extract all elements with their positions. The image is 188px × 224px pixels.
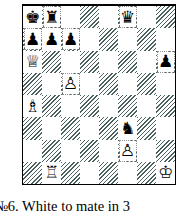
square-f2: ♙ (118, 140, 137, 162)
black-pawn-c7: ♟ (63, 29, 79, 49)
square-d4 (80, 95, 99, 117)
square-e4 (99, 95, 118, 117)
square-g7 (137, 28, 156, 50)
white-bishop-a4: ♗ (25, 98, 40, 115)
square-f6 (118, 51, 137, 73)
square-h7 (156, 28, 175, 50)
square-f5 (118, 73, 137, 95)
square-c4 (61, 95, 80, 117)
square-g6 (137, 51, 156, 73)
square-h2 (156, 140, 175, 162)
square-e8 (99, 6, 118, 28)
square-e3 (99, 117, 118, 139)
square-f7 (118, 28, 137, 50)
square-b2 (42, 140, 61, 162)
black-pawn-b7: ♟ (44, 31, 59, 48)
black-king-a8: ♚ (25, 9, 40, 26)
black-pawn-h6: ♟ (158, 52, 174, 72)
square-g1 (137, 162, 156, 184)
square-f1 (118, 162, 137, 184)
square-c5: ♙ (61, 73, 80, 95)
square-a3 (23, 117, 42, 139)
puzzle-caption: №6. White to mate in 3 (0, 198, 130, 215)
square-c2 (61, 140, 80, 162)
square-d8 (80, 6, 99, 28)
square-d5 (80, 73, 99, 95)
square-c3 (61, 117, 80, 139)
square-a4: ♗ (23, 95, 42, 117)
black-rook-b8: ♜ (44, 7, 60, 27)
white-queen-a6: ♕ (25, 53, 40, 70)
chess-puzzle-page: ♚♜♛♟♟♟♕♟♙♗♞♙♖♔ №6. White to mate in 3 (0, 0, 188, 224)
square-d3 (80, 117, 99, 139)
square-b6 (42, 51, 61, 73)
square-e2 (99, 140, 118, 162)
square-g3 (137, 117, 156, 139)
square-b8: ♜ (42, 6, 61, 28)
white-pawn-f2: ♙ (120, 141, 136, 161)
square-c7: ♟ (61, 28, 80, 50)
square-d6 (80, 51, 99, 73)
square-g4 (137, 95, 156, 117)
square-a7: ♟ (23, 28, 42, 50)
black-pawn-a7: ♟ (25, 29, 41, 49)
square-a2 (23, 140, 42, 162)
square-h1: ♔ (156, 162, 175, 184)
square-f3: ♞ (118, 117, 137, 139)
square-g8 (137, 6, 156, 28)
square-a5 (23, 73, 42, 95)
square-f8: ♛ (118, 6, 137, 28)
black-queen-f8: ♛ (120, 7, 136, 27)
square-e5 (99, 73, 118, 95)
white-pawn-c5: ♙ (63, 74, 79, 94)
square-d1 (80, 162, 99, 184)
square-h3 (156, 117, 175, 139)
chess-board: ♚♜♛♟♟♟♕♟♙♗♞♙♖♔ (22, 4, 176, 185)
white-king-h1: ♔ (158, 164, 173, 181)
square-f4 (118, 95, 137, 117)
square-h4 (156, 95, 175, 117)
white-rook-b1: ♖ (44, 164, 59, 181)
black-knight-f3: ♞ (120, 120, 135, 137)
square-h6: ♟ (156, 51, 175, 73)
square-c1 (61, 162, 80, 184)
square-d2 (80, 140, 99, 162)
square-c8 (61, 6, 80, 28)
square-b3 (42, 117, 61, 139)
square-a8: ♚ (23, 6, 42, 28)
square-b4 (42, 95, 61, 117)
square-b5 (42, 73, 61, 95)
square-c6 (61, 51, 80, 73)
square-d7 (80, 28, 99, 50)
square-g2 (137, 140, 156, 162)
square-e6 (99, 51, 118, 73)
square-e7 (99, 28, 118, 50)
square-b7: ♟ (42, 28, 61, 50)
square-e1 (99, 162, 118, 184)
square-a1 (23, 162, 42, 184)
square-h5 (156, 73, 175, 95)
square-b1: ♖ (42, 162, 61, 184)
square-h8 (156, 6, 175, 28)
square-a6: ♕ (23, 51, 42, 73)
square-g5 (137, 73, 156, 95)
